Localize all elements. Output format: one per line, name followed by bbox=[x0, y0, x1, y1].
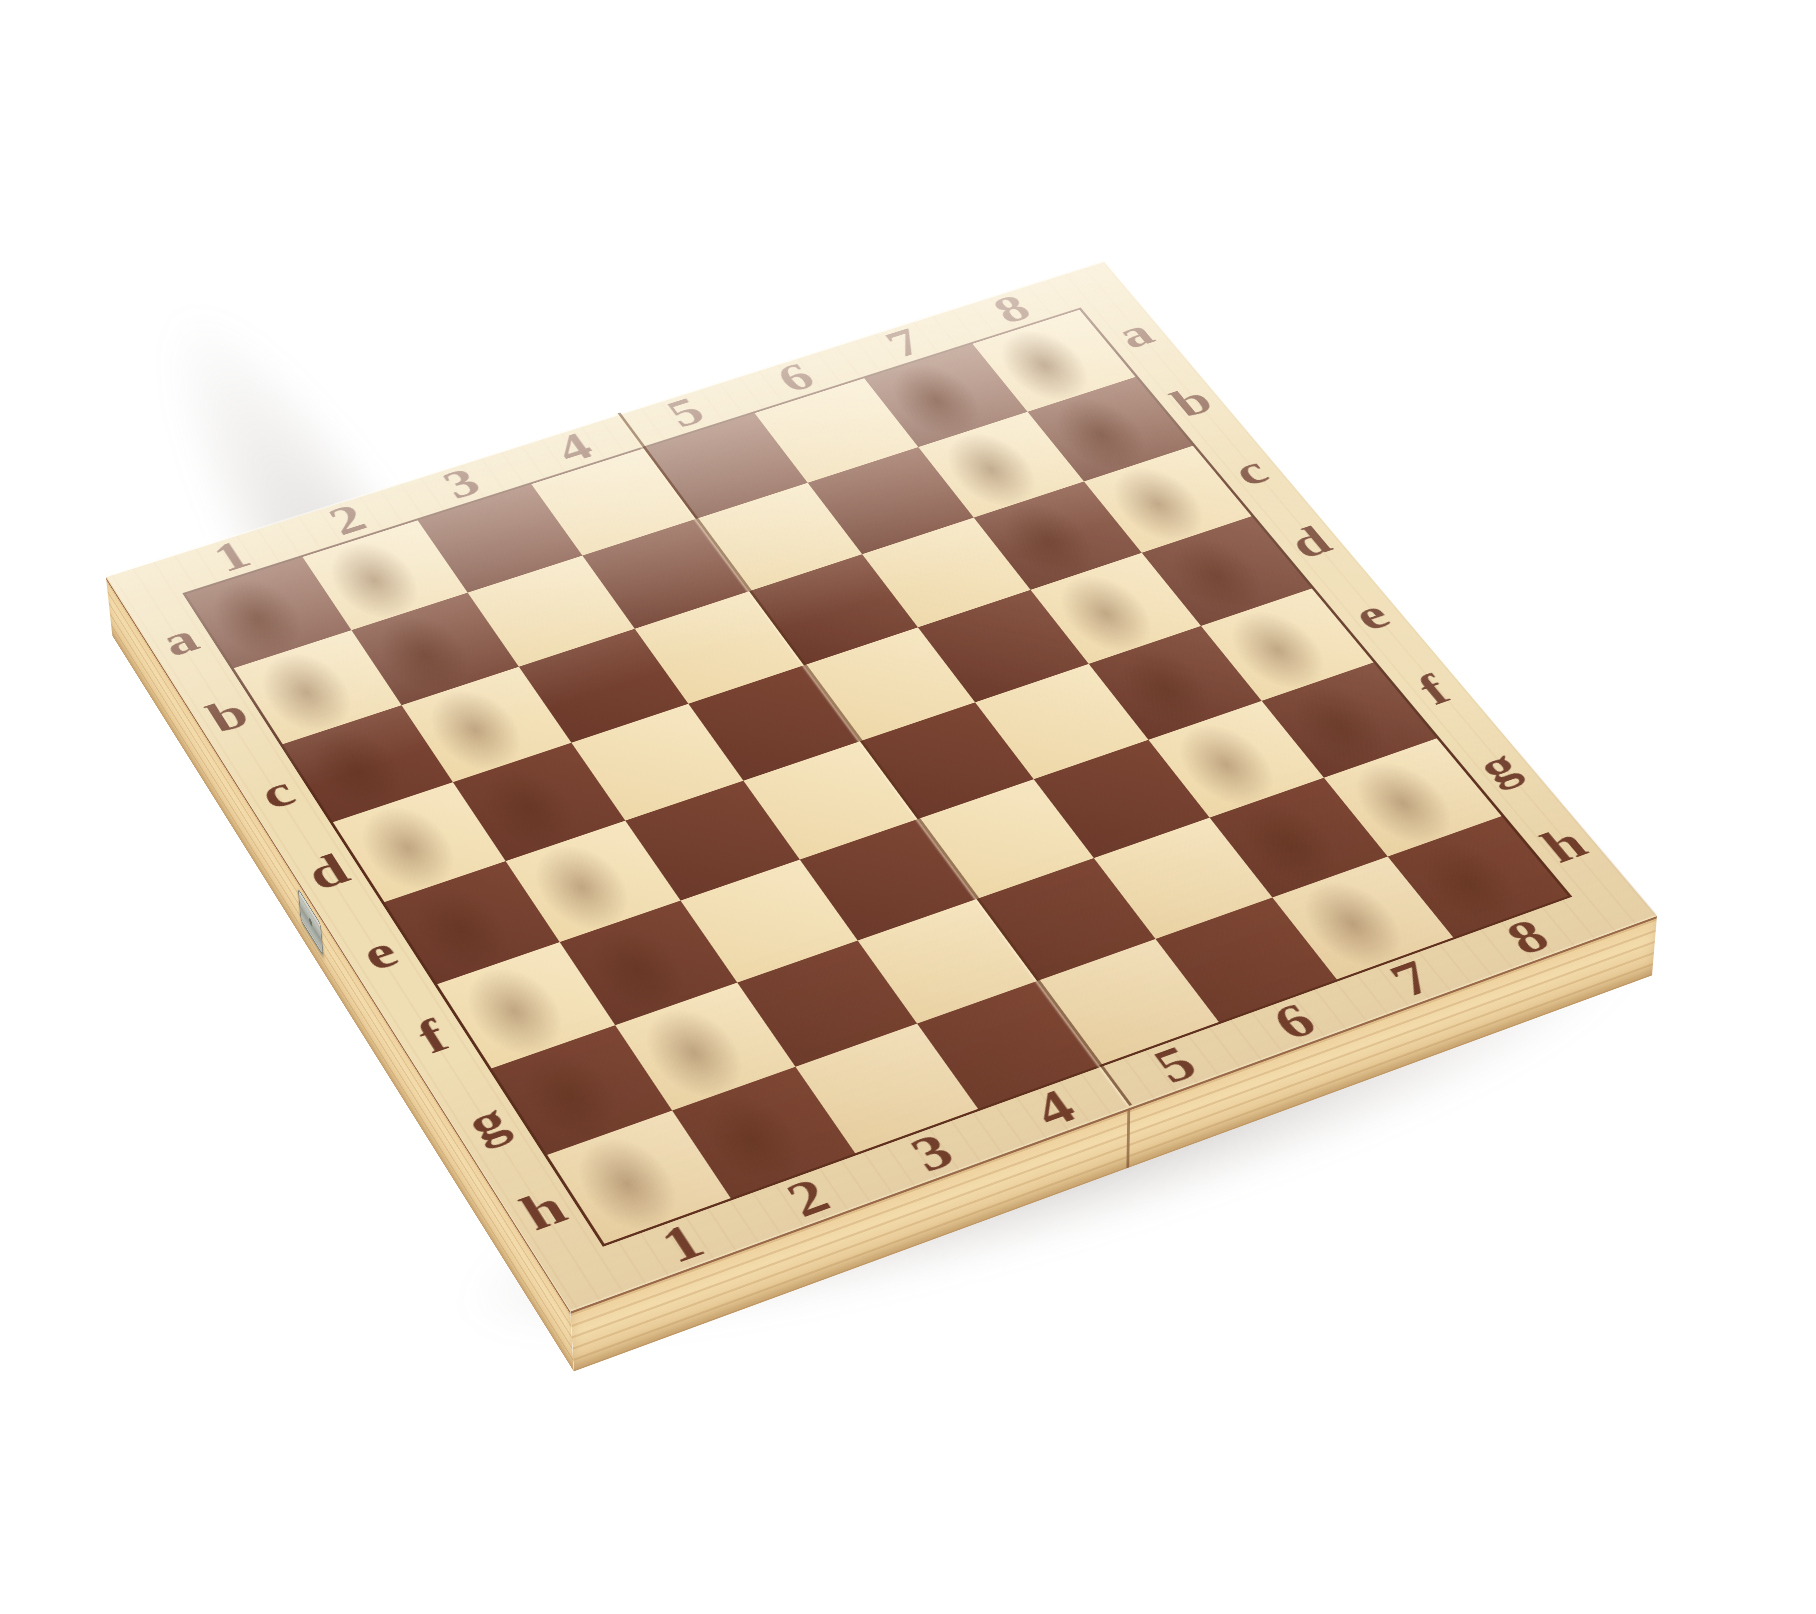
rook-glyph: ♜ bbox=[540, 964, 737, 1173]
file-label-near-e: e bbox=[351, 925, 408, 981]
rank-label-right-5: 5 bbox=[1142, 1035, 1208, 1095]
file-label-near-f: f bbox=[407, 1009, 458, 1065]
rank-label-right-3: 3 bbox=[900, 1122, 966, 1183]
rank-label-right-4: 4 bbox=[1022, 1078, 1088, 1139]
file-label-near-g: g bbox=[456, 1092, 519, 1153]
pawn-glyph: ♟ bbox=[1289, 757, 1437, 913]
photo-stage: aabbccddeeffgghh1122334455667788 ♜♞♝♛♚♝♞… bbox=[0, 0, 1816, 1614]
file-label-near-c: c bbox=[249, 766, 304, 820]
chess-board: aabbccddeeffgghh1122334455667788 ♜♞♝♛♚♝♞… bbox=[106, 262, 1657, 1312]
fold-seam-side bbox=[1126, 1110, 1130, 1169]
rank-label-right-6: 6 bbox=[1261, 992, 1328, 1051]
